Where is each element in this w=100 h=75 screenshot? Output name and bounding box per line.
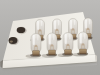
empty-socket-hole (17, 27, 27, 34)
empty-socket-hole (9, 37, 19, 45)
photo-svg (0, 0, 100, 75)
product-photo (0, 0, 100, 75)
